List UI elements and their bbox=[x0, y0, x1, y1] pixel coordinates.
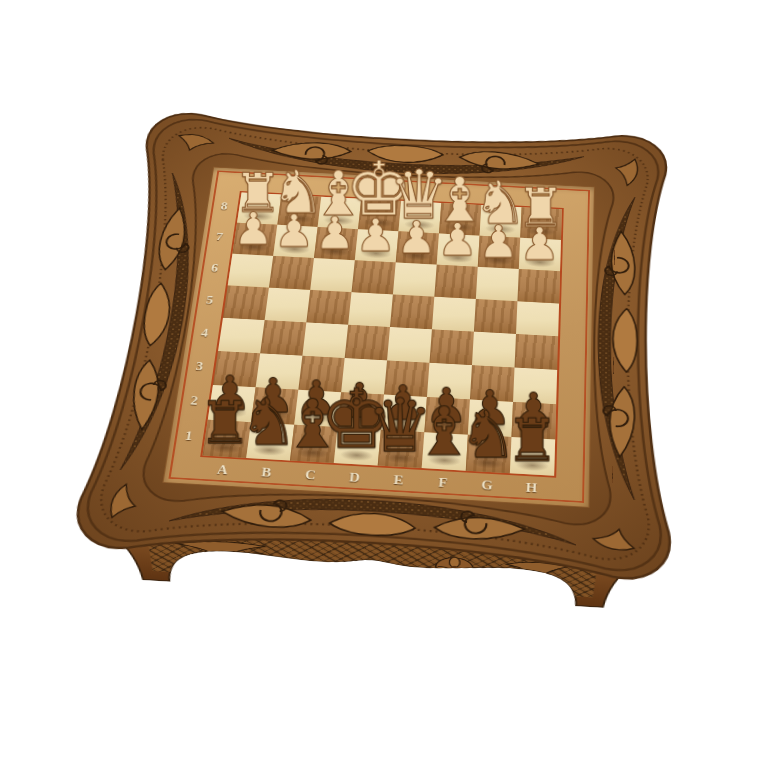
file-label-d: D bbox=[331, 467, 377, 489]
light-pawn-h7: ♟ bbox=[519, 221, 559, 266]
square-g1: ♞ bbox=[466, 435, 512, 474]
square-d7: ♟ bbox=[355, 229, 399, 262]
square-c6 bbox=[310, 258, 355, 292]
square-b7: ♟ bbox=[273, 225, 317, 258]
square-h7: ♟ bbox=[519, 238, 561, 272]
file-label-c: C bbox=[287, 465, 333, 487]
square-g7: ♟ bbox=[478, 236, 520, 269]
square-f5 bbox=[432, 297, 476, 332]
file-label-g: G bbox=[464, 475, 509, 497]
file-label-f: F bbox=[420, 472, 466, 494]
light-pawn-f7: ♟ bbox=[437, 217, 477, 262]
square-h6 bbox=[517, 269, 560, 303]
light-pawn-e7: ♟ bbox=[396, 215, 436, 260]
light-pawn-c7: ♟ bbox=[315, 211, 355, 256]
square-e7: ♟ bbox=[396, 231, 439, 264]
light-pawn-d7: ♟ bbox=[356, 213, 396, 258]
chess-table: ♜♞♝♚♛♝♞♜♟♟♟♟♟♟♟♟♟♟♟♟♟♟♟♟♜♞♝♚♛♝♞♜ ABCDEFG… bbox=[55, 103, 684, 595]
square-g6 bbox=[476, 267, 519, 301]
dark-rook-h1: ♜ bbox=[506, 411, 559, 470]
file-label-h: H bbox=[509, 478, 554, 500]
square-a7: ♟ bbox=[232, 223, 277, 256]
square-d5 bbox=[348, 292, 393, 327]
chess-table-photo: ♜♞♝♚♛♝♞♜♟♟♟♟♟♟♟♟♟♟♟♟♟♟♟♟♜♞♝♚♛♝♞♜ ABCDEFG… bbox=[0, 0, 780, 780]
light-pawn-g7: ♟ bbox=[478, 219, 518, 264]
light-pawn-b7: ♟ bbox=[274, 208, 314, 253]
file-label-a: A bbox=[199, 460, 246, 482]
square-h1: ♜ bbox=[510, 437, 555, 476]
square-f7: ♟ bbox=[437, 233, 480, 266]
square-a6 bbox=[228, 254, 273, 288]
chess-board: ♜♞♝♚♛♝♞♜♟♟♟♟♟♟♟♟♟♟♟♟♟♟♟♟♜♞♝♚♛♝♞♜ ABCDEFG… bbox=[162, 167, 594, 508]
square-f6 bbox=[434, 265, 477, 299]
square-c7: ♟ bbox=[314, 227, 358, 260]
light-pawn-a7: ♟ bbox=[233, 206, 273, 251]
file-label-e: E bbox=[376, 470, 422, 492]
board-squares: ♜♞♝♚♛♝♞♜♟♟♟♟♟♟♟♟♟♟♟♟♟♟♟♟♜♞♝♚♛♝♞♜ bbox=[203, 192, 562, 475]
rank-label-6: 6 bbox=[201, 252, 227, 285]
